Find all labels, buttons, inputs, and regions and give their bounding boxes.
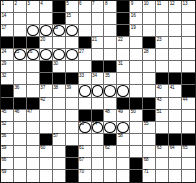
cell-r10c13[interactable] (169, 122, 182, 134)
cell-r11c2[interactable] (27, 134, 40, 146)
cell-r7c12[interactable]: 40 (156, 85, 169, 97)
cell-r12c7[interactable] (92, 146, 105, 158)
cell-r12c9[interactable] (117, 146, 130, 158)
circle-marker (66, 25, 78, 36)
cell-r4c3[interactable] (40, 49, 53, 61)
clue-number-8: 8 (105, 1, 107, 6)
cell-r8c13[interactable] (169, 98, 182, 110)
clue-number-55: 55 (144, 121, 149, 126)
clue-number-32: 32 (2, 73, 7, 78)
block-cell-r3c2 (27, 37, 40, 49)
block-cell-r7c0 (1, 85, 14, 97)
cell-r4c8[interactable] (104, 49, 117, 61)
clue-number-21: 21 (92, 37, 97, 42)
clue-number-33: 33 (79, 73, 84, 78)
cell-r11c6[interactable] (79, 134, 92, 146)
clue-number-48: 48 (105, 109, 110, 114)
cell-r1c5[interactable]: 15 (66, 13, 79, 25)
clue-number-70: 70 (79, 169, 84, 174)
cell-r2c0[interactable]: 17 (1, 25, 14, 37)
cell-r10c14[interactable] (182, 122, 195, 134)
clue-number-14: 14 (2, 13, 7, 18)
cell-r0c14[interactable]: 13 (182, 1, 195, 13)
circle-marker (14, 49, 26, 60)
block-cell-r8c1 (14, 98, 27, 110)
clue-number-47: 47 (27, 109, 32, 114)
block-cell-r1c9 (117, 13, 130, 25)
clue-number-11: 11 (157, 1, 161, 6)
cell-r3c13[interactable] (169, 37, 182, 49)
cell-r0c0[interactable]: 1 (1, 1, 14, 13)
cell-r10c5[interactable] (66, 122, 79, 134)
clue-number-44: 44 (183, 97, 188, 102)
clue-number-34: 34 (92, 73, 97, 78)
cell-r5c13[interactable] (169, 61, 182, 73)
clue-number-37: 37 (40, 85, 45, 90)
cell-r9c12[interactable]: 51 (156, 110, 169, 122)
clue-number-13: 13 (183, 1, 188, 6)
cell-r11c0[interactable]: 56 (1, 134, 14, 146)
cell-r1c2[interactable] (27, 13, 40, 25)
clue-number-12: 12 (170, 1, 175, 6)
cell-r6c1[interactable] (14, 73, 27, 85)
block-cell-r9c6 (79, 110, 92, 122)
cell-r7c8[interactable] (104, 85, 117, 97)
cell-r4c5[interactable] (66, 49, 79, 61)
cell-r10c0[interactable]: 52 (1, 122, 14, 134)
clue-number-26: 26 (27, 49, 32, 54)
cell-r7c7[interactable] (92, 85, 105, 97)
circle-marker (66, 49, 78, 60)
cell-r3c7[interactable]: 21 (92, 37, 105, 49)
cell-r7c2[interactable] (27, 85, 40, 97)
circle-marker (92, 122, 104, 133)
block-cell-r3c6 (79, 37, 92, 49)
cell-r3c12[interactable]: 23 (156, 37, 169, 49)
cell-r14c1[interactable] (14, 170, 27, 182)
cell-r7c3[interactable]: 37 (40, 85, 53, 97)
clue-number-63: 63 (157, 145, 162, 150)
cell-r0c2[interactable]: 3 (27, 1, 40, 13)
clue-number-46: 46 (14, 109, 19, 114)
block-cell-r11c12 (156, 134, 169, 146)
circle-marker (27, 25, 39, 36)
block-cell-r8c11 (143, 98, 156, 110)
cell-r13c4[interactable] (53, 158, 66, 170)
cell-r9c3[interactable] (40, 110, 53, 122)
cell-r8c4[interactable] (53, 98, 66, 110)
clue-number-3: 3 (27, 1, 29, 6)
clue-number-40: 40 (157, 85, 162, 90)
clue-number-53: 53 (79, 121, 84, 126)
circle-marker (53, 49, 65, 60)
clue-number-1: 1 (2, 1, 4, 6)
clue-number-45: 45 (2, 109, 7, 114)
cell-r14c0[interactable]: 69 (1, 170, 14, 182)
cell-r0c7[interactable]: 7 (92, 1, 105, 13)
clue-number-9: 9 (131, 1, 133, 6)
cell-r10c10[interactable] (130, 122, 143, 134)
cell-r13c13[interactable] (169, 158, 182, 170)
cell-r3c4[interactable] (53, 37, 66, 49)
clue-number-2: 2 (14, 1, 16, 6)
cell-r11c4[interactable]: 57 (53, 134, 66, 146)
cell-r14c6[interactable]: 70 (79, 170, 92, 182)
clue-number-4: 4 (40, 1, 42, 6)
cell-r14c14[interactable] (182, 170, 195, 182)
clue-number-15: 15 (66, 13, 71, 18)
cell-r1c12[interactable] (156, 13, 169, 25)
cell-r12c11[interactable] (143, 146, 156, 158)
cell-r8c12[interactable]: 43 (156, 98, 169, 110)
cell-r4c13[interactable] (169, 49, 182, 61)
clue-number-6: 6 (79, 1, 81, 6)
cell-r10c1[interactable] (14, 122, 27, 134)
cell-r8c8[interactable] (104, 98, 117, 110)
cell-r7c5[interactable]: 39 (66, 85, 79, 97)
cell-r1c13[interactable] (169, 13, 182, 25)
cell-r5c2[interactable] (27, 61, 40, 73)
cell-r2c11[interactable] (143, 25, 156, 37)
clue-number-31: 31 (118, 61, 123, 66)
block-cell-r5c3 (40, 61, 53, 73)
cell-r6c10[interactable] (130, 73, 143, 85)
circle-marker (40, 49, 52, 60)
cell-r7c1[interactable]: 36 (14, 85, 27, 97)
block-cell-r6c5 (66, 73, 79, 85)
cell-r12c13[interactable]: 64 (169, 146, 182, 158)
block-cell-r9c7 (92, 110, 105, 122)
block-cell-r5c7 (92, 61, 105, 73)
cell-r2c2[interactable] (27, 25, 40, 37)
clue-number-29: 29 (2, 61, 7, 66)
clue-number-24: 24 (2, 49, 7, 54)
cell-r0c6[interactable]: 6 (79, 1, 92, 13)
cell-r9c13[interactable] (169, 110, 182, 122)
cell-r5c14[interactable] (182, 61, 195, 73)
cell-r0c1[interactable]: 2 (14, 1, 27, 13)
cell-r4c1[interactable]: 25 (14, 49, 27, 61)
cell-r7c6[interactable] (79, 85, 92, 97)
cell-r7c10[interactable] (130, 85, 143, 97)
cell-r10c7[interactable]: 54 (92, 122, 105, 134)
clue-number-7: 7 (92, 1, 94, 6)
cell-r2c4[interactable]: 18 (53, 25, 66, 37)
cell-r12c8[interactable]: 62 (104, 146, 117, 158)
cell-r1c8[interactable] (104, 13, 117, 25)
cell-r2c1[interactable] (14, 25, 27, 37)
cell-r4c2[interactable]: 26 (27, 49, 40, 61)
cell-r12c12[interactable]: 63 (156, 146, 169, 158)
cell-r6c0[interactable]: 32 (1, 73, 14, 85)
cell-r14c3[interactable] (40, 170, 53, 182)
cell-r9c14[interactable] (182, 110, 195, 122)
block-cell-r5c8 (104, 61, 117, 73)
cell-r5c9[interactable]: 31 (117, 61, 130, 73)
cell-r14c4[interactable] (53, 170, 66, 182)
cell-r5c5[interactable] (66, 61, 79, 73)
cell-r13c8[interactable] (104, 158, 117, 170)
cell-r2c5[interactable] (66, 25, 79, 37)
cell-r10c12[interactable] (156, 122, 169, 134)
cell-r8c6[interactable] (79, 98, 92, 110)
block-cell-r8c10 (130, 98, 143, 110)
cell-r12c1[interactable] (14, 146, 27, 158)
cell-r5c0[interactable]: 29 (1, 61, 14, 73)
cell-r9c1[interactable]: 46 (14, 110, 27, 122)
cell-r9c10[interactable]: 50 (130, 110, 143, 122)
cell-r12c6[interactable]: 61 (79, 146, 92, 158)
clue-number-25: 25 (14, 49, 19, 54)
cell-r12c2[interactable] (27, 146, 40, 158)
clue-number-19: 19 (131, 25, 136, 30)
cell-r3c5[interactable] (66, 37, 79, 49)
cell-r1c11[interactable] (143, 13, 156, 25)
block-cell-r11c8 (104, 134, 117, 146)
cell-r5c4[interactable]: 30 (53, 61, 66, 73)
block-cell-r8c9 (117, 98, 130, 110)
cell-r12c4[interactable] (53, 146, 66, 158)
cell-r12c0[interactable]: 59 (1, 146, 14, 158)
cell-r0c10[interactable]: 9 (130, 1, 143, 13)
block-cell-r1c4 (53, 13, 66, 25)
block-cell-r7c14 (182, 85, 195, 97)
cell-r10c9[interactable] (117, 122, 130, 134)
cell-r14c8[interactable] (104, 170, 117, 182)
clue-number-58: 58 (118, 133, 123, 138)
clue-number-43: 43 (157, 97, 162, 102)
cell-r13c3[interactable] (40, 158, 53, 170)
cell-r6c2[interactable] (27, 73, 40, 85)
cell-r6c8[interactable]: 35 (104, 73, 117, 85)
cell-r14c9[interactable] (117, 170, 130, 182)
clue-number-18: 18 (53, 25, 58, 30)
cell-r4c11[interactable]: 28 (143, 49, 156, 61)
clue-number-27: 27 (79, 49, 84, 54)
block-cell-r6c3 (40, 73, 53, 85)
cell-r13c2[interactable] (27, 158, 40, 170)
cell-r11c11[interactable] (143, 134, 156, 146)
circle-marker (92, 85, 104, 96)
circle-marker (53, 25, 65, 36)
cell-r7c9[interactable] (117, 85, 130, 97)
cell-r13c11[interactable]: 68 (143, 158, 156, 170)
cell-r6c11[interactable] (143, 73, 156, 85)
cell-r2c14[interactable] (182, 25, 195, 37)
block-cell-r3c0 (1, 37, 14, 49)
cell-r13c1[interactable] (14, 158, 27, 170)
cell-r0c11[interactable]: 10 (143, 1, 156, 13)
circle-marker (27, 49, 39, 60)
cell-r0c3[interactable]: 4 (40, 1, 53, 13)
cell-r10c6[interactable]: 53 (79, 122, 92, 134)
cell-r1c7[interactable] (92, 13, 105, 25)
cell-r0c12[interactable]: 11 (156, 1, 169, 13)
cell-r12c14[interactable]: 65 (182, 146, 195, 158)
cell-r0c8[interactable]: 8 (104, 1, 117, 13)
cell-r11c1[interactable] (14, 134, 27, 146)
block-cell-r3c11 (143, 37, 156, 49)
block-cell-r2c9 (117, 25, 130, 37)
cell-r13c9[interactable] (117, 158, 130, 170)
cell-r13c12[interactable] (156, 158, 169, 170)
cell-r9c2[interactable]: 47 (27, 110, 40, 122)
cell-r0c5[interactable]: 5 (66, 1, 79, 13)
clue-number-39: 39 (66, 85, 71, 90)
block-cell-r12c5 (66, 146, 79, 158)
cell-r8c14[interactable]: 44 (182, 98, 195, 110)
clue-number-71: 71 (144, 169, 149, 174)
clue-number-60: 60 (40, 145, 45, 150)
cell-r7c4[interactable]: 38 (53, 85, 66, 97)
cell-r0c13[interactable]: 12 (169, 1, 182, 13)
cell-r8c3[interactable]: 42 (40, 98, 53, 110)
cell-r11c10[interactable] (130, 134, 143, 146)
clue-number-17: 17 (2, 25, 7, 30)
cell-r4c7[interactable] (92, 49, 105, 61)
cell-r4c12[interactable] (156, 49, 169, 61)
block-cell-r6c12 (156, 73, 169, 85)
cell-r2c8[interactable] (104, 25, 117, 37)
cell-r3c9[interactable]: 22 (117, 37, 130, 49)
cell-r4c10[interactable] (130, 49, 143, 61)
cell-r5c12[interactable] (156, 61, 169, 73)
cell-r6c9[interactable] (117, 73, 130, 85)
cell-r10c2[interactable] (27, 122, 40, 134)
cell-r9c9[interactable]: 49 (117, 110, 130, 122)
clue-number-65: 65 (183, 145, 188, 150)
cell-r1c3[interactable] (40, 13, 53, 25)
cell-r2c7[interactable] (92, 25, 105, 37)
clue-number-54: 54 (92, 121, 97, 126)
clue-number-22: 22 (118, 37, 123, 42)
block-cell-r8c2 (27, 98, 40, 110)
cell-r14c13[interactable] (169, 170, 182, 182)
block-cell-r6c13 (169, 73, 182, 85)
clue-number-59: 59 (2, 145, 7, 150)
cell-r7c11[interactable] (143, 85, 156, 97)
clue-number-36: 36 (14, 85, 19, 90)
cell-r13c7[interactable] (92, 158, 105, 170)
clue-number-28: 28 (144, 49, 149, 54)
cell-r5c11[interactable] (143, 61, 156, 73)
cell-r10c4[interactable] (53, 122, 66, 134)
clue-number-35: 35 (105, 73, 110, 78)
cell-r1c1[interactable] (14, 13, 27, 25)
cell-r1c10[interactable]: 16 (130, 13, 143, 25)
cell-r8c7[interactable] (92, 98, 105, 110)
cell-r3c14[interactable] (182, 37, 195, 49)
clue-number-30: 30 (53, 61, 58, 66)
cell-r12c3[interactable]: 60 (40, 146, 53, 158)
cell-r1c0[interactable]: 14 (1, 13, 14, 25)
cell-r11c5[interactable] (66, 134, 79, 146)
cell-r3c8[interactable] (104, 37, 117, 49)
cell-r11c7[interactable] (92, 134, 105, 146)
cell-r13c6[interactable]: 67 (79, 158, 92, 170)
block-cell-r14c10 (130, 170, 143, 182)
cell-r9c4[interactable] (53, 110, 66, 122)
cell-r7c13[interactable]: 41 (169, 85, 182, 97)
cell-r1c6[interactable] (79, 13, 92, 25)
cell-r5c10[interactable] (130, 61, 143, 73)
clue-number-38: 38 (53, 85, 58, 90)
cell-r4c14[interactable] (182, 49, 195, 61)
cell-r2c13[interactable] (169, 25, 182, 37)
cell-r4c9[interactable] (117, 49, 130, 61)
circle-marker (117, 85, 129, 96)
cell-r10c8[interactable] (104, 122, 117, 134)
cell-r4c0[interactable]: 24 (1, 49, 14, 61)
cell-r5c1[interactable] (14, 61, 27, 73)
clue-number-62: 62 (105, 145, 110, 150)
cell-r2c12[interactable] (156, 25, 169, 37)
cell-r6c6[interactable]: 33 (79, 73, 92, 85)
cell-r14c12[interactable] (156, 170, 169, 182)
block-cell-r0c9 (117, 1, 130, 13)
cell-r3c10[interactable] (130, 37, 143, 49)
cell-r1c14[interactable] (182, 13, 195, 25)
cell-r4c6[interactable]: 27 (79, 49, 92, 61)
clue-number-20: 20 (40, 37, 45, 42)
clue-number-67: 67 (79, 157, 84, 162)
cell-r13c0[interactable]: 66 (1, 158, 14, 170)
cell-r2c3[interactable] (40, 25, 53, 37)
cell-r3c3[interactable]: 20 (40, 37, 53, 49)
block-cell-r6c4 (53, 73, 66, 85)
circle-marker (117, 122, 129, 133)
block-cell-r13c5 (66, 158, 79, 170)
cell-r8c5[interactable] (66, 98, 79, 110)
cell-r9c8[interactable]: 48 (104, 110, 117, 122)
cell-r6c7[interactable]: 34 (92, 73, 105, 85)
block-cell-r14c5 (66, 170, 79, 182)
block-cell-r13c10 (130, 158, 143, 170)
cell-r11c9[interactable]: 58 (117, 134, 130, 146)
circle-marker (104, 85, 116, 96)
clue-number-66: 66 (2, 157, 7, 162)
clue-number-42: 42 (40, 97, 45, 102)
cell-r5c6[interactable] (79, 61, 92, 73)
circle-marker (104, 122, 116, 133)
cell-r14c11[interactable]: 71 (143, 170, 156, 182)
cell-r2c6[interactable] (79, 25, 92, 37)
clue-number-41: 41 (170, 85, 175, 90)
circle-marker (79, 85, 91, 96)
block-cell-r0c4 (53, 1, 66, 13)
clue-number-64: 64 (170, 145, 175, 150)
block-cell-r11c13 (169, 134, 182, 146)
block-cell-r6c14 (182, 73, 195, 85)
cell-r4c4[interactable] (53, 49, 66, 61)
cell-r9c5[interactable] (66, 110, 79, 122)
clue-number-50: 50 (131, 109, 136, 114)
cell-r12c10[interactable] (130, 146, 143, 158)
block-cell-r11c14 (182, 134, 195, 146)
clue-number-51: 51 (157, 109, 162, 114)
cell-r9c0[interactable]: 45 (1, 110, 14, 122)
cell-r2c10[interactable]: 19 (130, 25, 143, 37)
clue-number-5: 5 (66, 1, 68, 6)
cell-r13c14[interactable] (182, 158, 195, 170)
block-cell-r11c3 (40, 134, 53, 146)
cell-r10c11[interactable]: 55 (143, 122, 156, 134)
cell-r10c3[interactable] (40, 122, 53, 134)
cell-r14c2[interactable] (27, 170, 40, 182)
clue-number-56: 56 (2, 133, 7, 138)
cell-r14c7[interactable] (92, 170, 105, 182)
block-cell-r3c1 (14, 37, 27, 49)
